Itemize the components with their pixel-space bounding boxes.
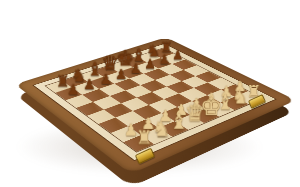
square-g6 [158, 64, 183, 75]
square-c6 [98, 84, 125, 96]
photo-scene: ♜♞♝♛♚♝♞♜♟♟♟♟♟♟♟♟♟♟♟♟♟♟♟♟♜♞♝♛♚♝♞♜ [0, 0, 300, 187]
square-g2: ♟ [207, 90, 235, 103]
